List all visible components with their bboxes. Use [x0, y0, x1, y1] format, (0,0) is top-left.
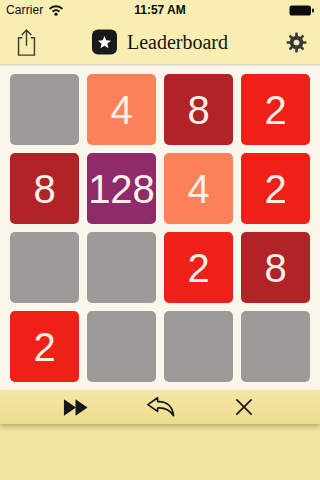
tile-empty [241, 311, 310, 382]
close-icon [234, 397, 254, 417]
tile-empty [10, 232, 79, 303]
close-button[interactable] [224, 390, 264, 424]
tile-4: 4 [87, 74, 156, 145]
tile-empty [87, 311, 156, 382]
tile-2: 2 [241, 153, 310, 224]
undo-icon [145, 396, 176, 418]
tile-empty [87, 232, 156, 303]
tile-8: 8 [164, 74, 233, 145]
tile-2: 2 [10, 311, 79, 382]
nav-title-group: Leaderboard [92, 30, 228, 55]
undo-button[interactable] [140, 390, 180, 424]
board-grid[interactable]: 482812842282 [10, 74, 310, 382]
navigation-bar: Leaderboard [0, 20, 320, 64]
battery-icon [289, 5, 314, 16]
settings-button[interactable] [286, 32, 307, 53]
app-screen: Carrier 11:57 AM [0, 0, 320, 480]
fast-forward-icon [63, 399, 89, 416]
share-button[interactable] [13, 28, 40, 57]
game-board: 482812842282 [0, 64, 320, 390]
share-icon [13, 28, 40, 57]
footer-space [0, 424, 320, 480]
status-bar: Carrier 11:57 AM [0, 0, 320, 20]
tile-2: 2 [241, 74, 310, 145]
tile-empty [10, 74, 79, 145]
tile-8: 8 [10, 153, 79, 224]
status-time: 11:57 AM [0, 3, 320, 17]
tile-4: 4 [164, 153, 233, 224]
tile-8: 8 [241, 232, 310, 303]
tile-128: 128 [87, 153, 156, 224]
tile-2: 2 [164, 232, 233, 303]
fast-forward-button[interactable] [56, 390, 96, 424]
page-title: Leaderboard [127, 31, 228, 54]
tile-empty [164, 311, 233, 382]
star-icon [92, 30, 117, 55]
bottom-toolbar [0, 390, 320, 424]
gear-icon [286, 32, 307, 53]
